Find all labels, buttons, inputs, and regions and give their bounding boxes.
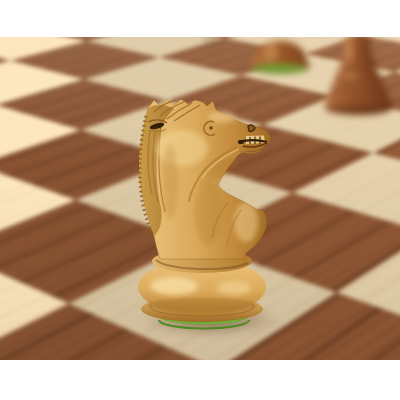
pawn-dome xyxy=(252,41,308,68)
black-king-piece xyxy=(318,37,398,119)
king-stem-highlight xyxy=(345,37,353,63)
brow-curl-dot xyxy=(209,126,212,129)
bun-under-shade xyxy=(146,298,258,312)
pawn-highlight xyxy=(264,42,278,62)
king-foot-shade xyxy=(327,105,389,115)
chest-highlight xyxy=(234,202,258,242)
product-photo-page xyxy=(0,0,400,400)
king-collar-highlight xyxy=(343,73,359,79)
letterbox-bottom xyxy=(0,360,400,400)
bun-highlight-right xyxy=(217,281,251,295)
black-pawn-piece xyxy=(246,37,314,73)
muzzle-under-shade xyxy=(241,143,265,153)
bun-highlight-left xyxy=(150,277,198,295)
white-knight-piece xyxy=(110,90,280,340)
nostril xyxy=(248,125,255,131)
neck-core-shade xyxy=(194,178,222,246)
crest-side-shade xyxy=(162,144,178,220)
chessboard-photo xyxy=(0,37,400,360)
mouth-corner xyxy=(238,140,244,144)
letterbox-top xyxy=(0,0,400,37)
pawn-felt xyxy=(252,64,308,73)
